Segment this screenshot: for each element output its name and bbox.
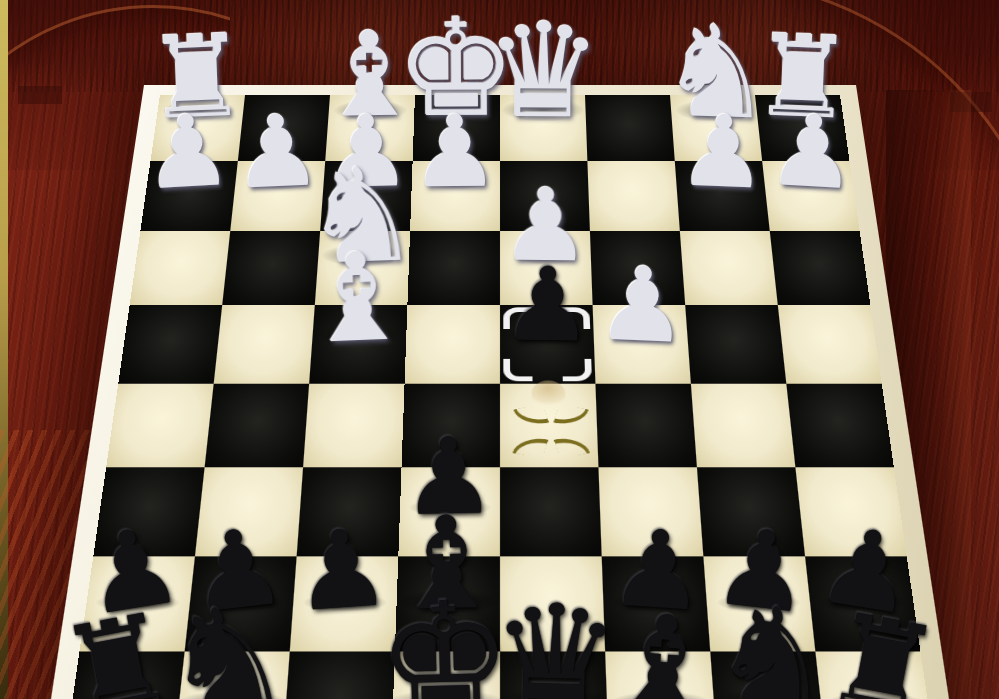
ghost-pawn <box>531 380 565 406</box>
piece-white-bishop-f4[interactable]: ♝ <box>294 235 421 362</box>
square-a4[interactable] <box>778 305 882 384</box>
last-move-from-marker <box>512 434 548 459</box>
square-d6[interactable] <box>500 467 602 556</box>
square-h5[interactable] <box>106 384 214 468</box>
last-move-from-marker <box>513 404 549 428</box>
square-b5[interactable] <box>691 384 796 468</box>
piece-black-pawn-d4[interactable]: ♟ <box>496 253 599 356</box>
square-d5[interactable] <box>500 384 598 468</box>
last-move-from-marker <box>554 434 591 459</box>
square-c5[interactable] <box>595 384 696 468</box>
square-h4[interactable] <box>118 305 222 384</box>
square-a3[interactable] <box>770 231 871 305</box>
square-b4[interactable] <box>685 305 786 384</box>
square-f5[interactable] <box>303 384 404 468</box>
piece-black-rook-h8[interactable]: ♜ <box>44 593 191 699</box>
piece-white-pawn-b2[interactable]: ♟ <box>672 100 775 203</box>
table-inlay-step-left <box>18 86 62 104</box>
square-c2[interactable] <box>587 161 679 231</box>
square-a5[interactable] <box>786 384 894 468</box>
chess-3d-scene: ♜♞♛♚♝♜♟♟♟♟♟♟♟♞♟♝♟♟♟♟♟♝♟♟♟♜♞♝♛♚♞♜ <box>0 0 999 699</box>
last-move-from-marker <box>553 404 589 428</box>
square-h3[interactable] <box>130 231 231 305</box>
piece-white-pawn-c4[interactable]: ♟ <box>589 252 695 358</box>
square-g5[interactable] <box>205 384 310 468</box>
piece-white-pawn-a2[interactable]: ♟ <box>760 100 865 205</box>
piece-black-king-e8[interactable]: ♚ <box>368 581 522 699</box>
piece-white-pawn-h2[interactable]: ♟ <box>135 100 240 205</box>
